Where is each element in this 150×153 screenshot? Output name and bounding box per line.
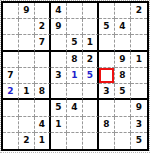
cell-r3c6[interactable]: 1 xyxy=(83,35,99,51)
cell-r8c3[interactable]: 4 xyxy=(35,117,51,133)
cell-r4c4[interactable] xyxy=(51,52,67,68)
cell-r4c5[interactable]: 8 xyxy=(67,52,83,68)
cell-r4c8[interactable]: 9 xyxy=(115,52,131,68)
screenshot-frame: 9422954751829173158218355494183215 xyxy=(0,0,150,153)
cell-r6c8[interactable]: 5 xyxy=(115,84,131,100)
cell-r6c5[interactable] xyxy=(67,84,83,100)
cell-r6c2[interactable]: 1 xyxy=(19,84,35,100)
cell-r5c8[interactable]: 8 xyxy=(115,68,131,84)
cell-r6c6[interactable] xyxy=(83,84,99,100)
cell-r2c3[interactable]: 2 xyxy=(35,19,51,35)
cell-r5c5[interactable]: 1 xyxy=(67,68,83,84)
cell-r1c6[interactable] xyxy=(83,3,99,19)
cell-r2c2[interactable] xyxy=(19,19,35,35)
cell-r6c9[interactable] xyxy=(131,84,147,100)
cell-r5c4[interactable]: 3 xyxy=(51,68,67,84)
cell-r1c5[interactable] xyxy=(67,3,83,19)
cell-r3c9[interactable] xyxy=(131,35,147,51)
cell-r3c5[interactable]: 5 xyxy=(67,35,83,51)
cell-r3c1[interactable] xyxy=(3,35,19,51)
cell-r2c1[interactable] xyxy=(3,19,19,35)
cell-r9c8[interactable] xyxy=(115,133,131,149)
cell-r3c3[interactable]: 7 xyxy=(35,35,51,51)
cell-r7c6[interactable] xyxy=(83,100,99,116)
cell-r4c7[interactable] xyxy=(99,52,115,68)
cell-r8c2[interactable] xyxy=(19,117,35,133)
cell-r8c9[interactable]: 3 xyxy=(131,117,147,133)
cell-r9c5[interactable] xyxy=(67,133,83,149)
cell-r9c7[interactable] xyxy=(99,133,115,149)
cell-r1c9[interactable]: 2 xyxy=(131,3,147,19)
cell-r4c2[interactable] xyxy=(19,52,35,68)
cell-r2c7[interactable]: 5 xyxy=(99,19,115,35)
cell-r7c7[interactable] xyxy=(99,100,115,116)
cell-r8c7[interactable]: 8 xyxy=(99,117,115,133)
cell-r2c9[interactable] xyxy=(131,19,147,35)
cell-r1c1[interactable] xyxy=(3,3,19,19)
cell-r6c3[interactable]: 8 xyxy=(35,84,51,100)
cell-r1c7[interactable] xyxy=(99,3,115,19)
cell-r5c7[interactable] xyxy=(99,68,115,84)
cell-r8c5[interactable] xyxy=(67,117,83,133)
cell-r5c9[interactable] xyxy=(131,68,147,84)
cell-r4c1[interactable] xyxy=(3,52,19,68)
cell-r1c8[interactable] xyxy=(115,3,131,19)
cell-r2c6[interactable] xyxy=(83,19,99,35)
cell-r3c4[interactable] xyxy=(51,35,67,51)
cell-r7c4[interactable]: 5 xyxy=(51,100,67,116)
cell-r2c5[interactable] xyxy=(67,19,83,35)
cell-r5c3[interactable] xyxy=(35,68,51,84)
cell-r8c1[interactable] xyxy=(3,117,19,133)
cell-r4c9[interactable]: 1 xyxy=(131,52,147,68)
cell-r5c1[interactable]: 7 xyxy=(3,68,19,84)
cell-r1c2[interactable]: 9 xyxy=(19,3,35,19)
cell-r9c6[interactable] xyxy=(83,133,99,149)
cell-r9c3[interactable]: 1 xyxy=(35,133,51,149)
cell-r7c1[interactable] xyxy=(3,100,19,116)
cell-r1c3[interactable] xyxy=(35,3,51,19)
cell-r2c4[interactable]: 9 xyxy=(51,19,67,35)
cell-r8c4[interactable]: 1 xyxy=(51,117,67,133)
cell-r3c8[interactable] xyxy=(115,35,131,51)
cell-r8c6[interactable] xyxy=(83,117,99,133)
cell-r6c1[interactable]: 2 xyxy=(3,84,19,100)
cell-r4c3[interactable] xyxy=(35,52,51,68)
cell-r7c3[interactable] xyxy=(35,100,51,116)
cell-r7c2[interactable] xyxy=(19,100,35,116)
cell-r3c2[interactable] xyxy=(19,35,35,51)
cell-r5c6[interactable]: 5 xyxy=(83,68,99,84)
cell-r6c7[interactable]: 3 xyxy=(99,84,115,100)
cell-r4c6[interactable]: 2 xyxy=(83,52,99,68)
cell-r9c4[interactable] xyxy=(51,133,67,149)
cell-r6c4[interactable] xyxy=(51,84,67,100)
cell-r7c5[interactable]: 4 xyxy=(67,100,83,116)
cell-r1c4[interactable]: 4 xyxy=(51,3,67,19)
cell-r8c8[interactable] xyxy=(115,117,131,133)
cell-r9c1[interactable] xyxy=(3,133,19,149)
cell-r7c9[interactable]: 9 xyxy=(131,100,147,116)
cell-r5c2[interactable] xyxy=(19,68,35,84)
cell-r7c8[interactable] xyxy=(115,100,131,116)
cell-r3c7[interactable] xyxy=(99,35,115,51)
cell-r9c2[interactable]: 2 xyxy=(19,133,35,149)
cell-r2c8[interactable]: 4 xyxy=(115,19,131,35)
cell-r9c9[interactable]: 5 xyxy=(131,133,147,149)
sudoku-board: 9422954751829173158218355494183215 xyxy=(1,1,149,151)
